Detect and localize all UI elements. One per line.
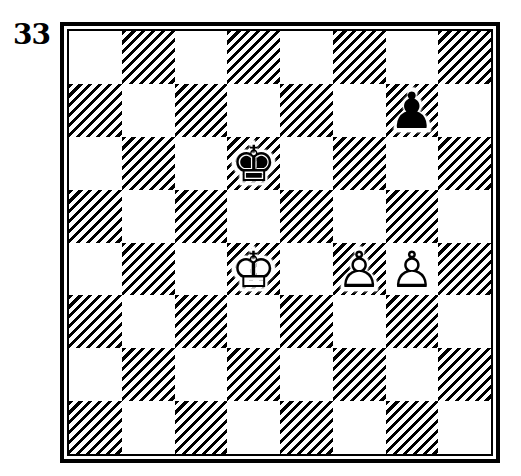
square-g3[interactable] [386,295,439,348]
square-h3[interactable] [438,295,491,348]
square-e7[interactable] [280,84,333,137]
square-e8[interactable] [280,31,333,84]
square-f6[interactable] [333,137,386,190]
square-f4[interactable]: ♟♙ [333,243,386,296]
piece-white-king-d4[interactable]: ♚♔ [227,243,280,296]
square-d4[interactable]: ♚♔ [227,243,280,296]
square-c2[interactable] [175,348,228,401]
chess-board-frame: ♟♟♚♚♚♔♟♙♟♙ [60,22,500,463]
square-b6[interactable] [122,137,175,190]
square-b1[interactable] [122,401,175,454]
square-f2[interactable] [333,348,386,401]
piece-white-pawn-f4[interactable]: ♟♙ [333,243,386,296]
chess-diagram-page: 33 ♟♟♚♚♚♔♟♙♟♙ [0,0,521,476]
piece-glyph: ♙ [333,244,386,297]
square-e5[interactable] [280,190,333,243]
square-h1[interactable] [438,401,491,454]
square-d6[interactable]: ♚♚ [227,137,280,190]
chess-board: ♟♟♚♚♚♔♟♙♟♙ [69,31,491,454]
chess-board-inner-frame: ♟♟♚♚♚♔♟♙♟♙ [67,29,493,456]
square-b3[interactable] [122,295,175,348]
piece-glyph: ♔ [227,244,280,297]
square-f3[interactable] [333,295,386,348]
square-d3[interactable] [227,295,280,348]
piece-white-pawn-g4[interactable]: ♟♙ [386,243,439,296]
diagram-number-label: 33 [13,18,50,51]
square-g2[interactable] [386,348,439,401]
square-h4[interactable] [438,243,491,296]
square-a6[interactable] [69,137,122,190]
square-e4[interactable] [280,243,333,296]
square-d2[interactable] [227,348,280,401]
square-h2[interactable] [438,348,491,401]
square-h8[interactable] [438,31,491,84]
square-a2[interactable] [69,348,122,401]
square-d8[interactable] [227,31,280,84]
square-h7[interactable] [438,84,491,137]
square-c5[interactable] [175,190,228,243]
square-d1[interactable] [227,401,280,454]
square-f8[interactable] [333,31,386,84]
square-c1[interactable] [175,401,228,454]
square-g6[interactable] [386,137,439,190]
piece-glyph: ♟ [386,85,439,138]
square-a5[interactable] [69,190,122,243]
piece-black-pawn-g7[interactable]: ♟♟ [386,84,439,137]
square-f7[interactable] [333,84,386,137]
piece-glyph: ♙ [386,244,439,297]
square-c3[interactable] [175,295,228,348]
square-h5[interactable] [438,190,491,243]
square-e2[interactable] [280,348,333,401]
square-c6[interactable] [175,137,228,190]
square-a3[interactable] [69,295,122,348]
square-e6[interactable] [280,137,333,190]
square-g7[interactable]: ♟♟ [386,84,439,137]
square-b4[interactable] [122,243,175,296]
square-c7[interactable] [175,84,228,137]
square-f1[interactable] [333,401,386,454]
square-a1[interactable] [69,401,122,454]
square-b5[interactable] [122,190,175,243]
square-a7[interactable] [69,84,122,137]
square-g1[interactable] [386,401,439,454]
square-h6[interactable] [438,137,491,190]
square-c8[interactable] [175,31,228,84]
square-g4[interactable]: ♟♙ [386,243,439,296]
square-b2[interactable] [122,348,175,401]
piece-glyph: ♚ [227,138,280,191]
square-b8[interactable] [122,31,175,84]
square-e3[interactable] [280,295,333,348]
square-e1[interactable] [280,401,333,454]
square-a8[interactable] [69,31,122,84]
piece-black-king-d6[interactable]: ♚♚ [227,137,280,190]
square-c4[interactable] [175,243,228,296]
square-b7[interactable] [122,84,175,137]
square-a4[interactable] [69,243,122,296]
